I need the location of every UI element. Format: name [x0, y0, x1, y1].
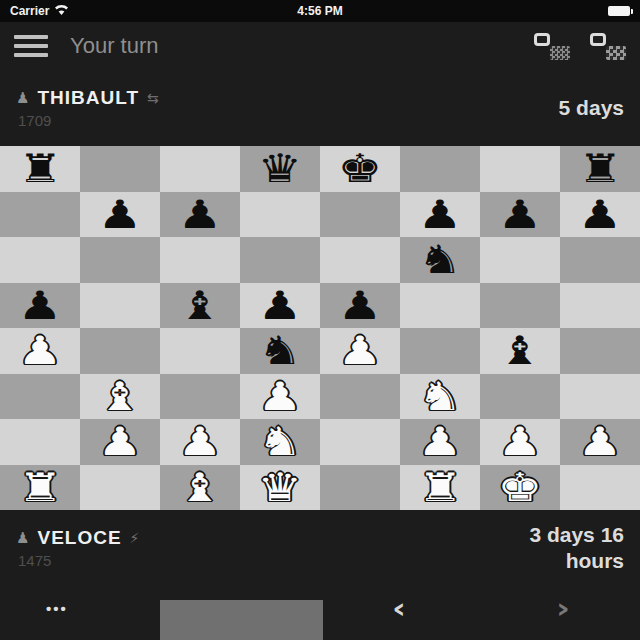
page-title: Your turn [70, 33, 532, 59]
bottom-player-clock: 3 days 16 hours [512, 522, 624, 575]
bottom-bar: ••• ‹ › [0, 586, 640, 640]
square-a8[interactable]: ♜ [0, 146, 80, 192]
square-d1[interactable]: ♛ [240, 465, 320, 511]
square-b1[interactable] [80, 465, 160, 511]
battery-icon [608, 6, 630, 16]
square-c8[interactable] [160, 146, 240, 192]
piece-white-pawn: ♟ [418, 420, 463, 464]
square-g8[interactable] [480, 146, 560, 192]
gray-panel-button[interactable] [160, 600, 323, 640]
square-f8[interactable] [400, 146, 480, 192]
piece-white-queen: ♛ [258, 465, 303, 509]
piece-black-pawn: ♟ [18, 283, 63, 327]
square-b2[interactable]: ♟ [80, 419, 160, 465]
clock-time: 4:56 PM [210, 4, 430, 18]
carrier-label: Carrier [10, 4, 49, 18]
square-a2[interactable] [0, 419, 80, 465]
square-e7[interactable] [320, 192, 400, 238]
square-b8[interactable] [80, 146, 160, 192]
pawn-silhouette-icon: ♟ [16, 529, 29, 547]
square-h7[interactable]: ♟ [560, 192, 640, 238]
square-f6[interactable]: ♞ [400, 237, 480, 283]
square-e3[interactable] [320, 374, 400, 420]
square-b4[interactable] [80, 328, 160, 374]
top-player-rating: 1709 [16, 112, 159, 129]
square-b3[interactable]: ♝ [80, 374, 160, 420]
square-f3[interactable]: ♞ [400, 374, 480, 420]
square-a6[interactable] [0, 237, 80, 283]
square-g2[interactable]: ♟ [480, 419, 560, 465]
square-g7[interactable]: ♟ [480, 192, 560, 238]
piece-black-pawn: ♟ [578, 192, 623, 236]
square-b6[interactable] [80, 237, 160, 283]
square-e6[interactable] [320, 237, 400, 283]
piece-black-king: ♚ [338, 147, 383, 191]
square-e2[interactable] [320, 419, 400, 465]
piece-black-pawn: ♟ [258, 283, 303, 327]
square-d6[interactable] [240, 237, 320, 283]
square-a5[interactable]: ♟ [0, 283, 80, 329]
square-a7[interactable] [0, 192, 80, 238]
bottom-player-name[interactable]: VELOCE [37, 527, 121, 549]
bottom-player-flair-icon: ⚡ [130, 530, 140, 546]
piece-white-king: ♚ [498, 465, 543, 509]
square-c1[interactable]: ♝ [160, 465, 240, 511]
piece-white-pawn: ♟ [578, 420, 623, 464]
piece-black-pawn: ♟ [178, 192, 223, 236]
board-badge-grid [606, 46, 626, 60]
piece-black-knight: ♞ [258, 329, 303, 373]
square-d5[interactable]: ♟ [240, 283, 320, 329]
square-h1[interactable] [560, 465, 640, 511]
piece-black-rook: ♜ [578, 147, 623, 191]
square-d2[interactable]: ♞ [240, 419, 320, 465]
square-g4[interactable]: ♝ [480, 328, 560, 374]
top-player-name[interactable]: THIBAULT [37, 87, 139, 109]
top-player-panel: ♟ THIBAULT ⇆ 1709 5 days [0, 70, 640, 146]
piece-white-rook: ♜ [18, 465, 63, 509]
square-c6[interactable] [160, 237, 240, 283]
top-player-flair-icon: ⇆ [147, 90, 159, 106]
piece-white-pawn: ♟ [18, 329, 63, 373]
piece-white-knight: ♞ [258, 420, 303, 464]
piece-black-pawn: ♟ [498, 192, 543, 236]
square-c3[interactable] [160, 374, 240, 420]
games-badge-head [534, 33, 550, 46]
square-h8[interactable]: ♜ [560, 146, 640, 192]
piece-black-pawn: ♟ [98, 192, 143, 236]
forward-chevron-icon[interactable]: › [556, 591, 570, 625]
square-a3[interactable] [0, 374, 80, 420]
square-h6[interactable] [560, 237, 640, 283]
square-h4[interactable] [560, 328, 640, 374]
more-button[interactable]: ••• [46, 600, 68, 617]
piece-black-bishop: ♝ [498, 329, 543, 373]
top-player-clock: 5 days [559, 95, 624, 121]
status-bar: Carrier 4:56 PM [0, 0, 640, 22]
piece-white-pawn: ♟ [338, 329, 383, 373]
piece-black-pawn: ♟ [338, 283, 383, 327]
square-c2[interactable]: ♟ [160, 419, 240, 465]
piece-white-pawn: ♟ [178, 420, 223, 464]
square-c7[interactable]: ♟ [160, 192, 240, 238]
back-chevron-icon[interactable]: ‹ [392, 591, 406, 625]
square-d4[interactable]: ♞ [240, 328, 320, 374]
square-c4[interactable] [160, 328, 240, 374]
board-badge-head [590, 33, 606, 46]
games-badge-icon[interactable] [532, 32, 570, 60]
piece-black-knight: ♞ [418, 238, 463, 282]
square-g1[interactable]: ♚ [480, 465, 560, 511]
square-f5[interactable] [400, 283, 480, 329]
piece-black-pawn: ♟ [418, 192, 463, 236]
square-h3[interactable] [560, 374, 640, 420]
square-c5[interactable]: ♝ [160, 283, 240, 329]
piece-white-rook: ♜ [418, 465, 463, 509]
square-g3[interactable] [480, 374, 560, 420]
square-a4[interactable]: ♟ [0, 328, 80, 374]
square-f7[interactable]: ♟ [400, 192, 480, 238]
piece-white-bishop: ♝ [98, 374, 143, 418]
square-h2[interactable]: ♟ [560, 419, 640, 465]
bottom-player-rating: 1475 [16, 552, 139, 569]
wifi-icon [54, 4, 69, 19]
chess-board: ♜♛♚♜♟♟♟♟♟♞♟♝♟♟♟♞♟♝♝♟♞♟♟♞♟♟♟♜♝♛♜♚ [0, 146, 640, 510]
square-g5[interactable] [480, 283, 560, 329]
board-badge-icon[interactable] [588, 32, 626, 60]
piece-black-rook: ♜ [18, 147, 63, 191]
square-g6[interactable] [480, 237, 560, 283]
bottom-player-panel: ♟ VELOCE ⚡ 1475 3 days 16 hours [0, 510, 640, 586]
square-d8[interactable]: ♛ [240, 146, 320, 192]
menu-icon[interactable] [14, 35, 48, 57]
piece-black-queen: ♛ [258, 147, 303, 191]
header: Your turn [0, 22, 640, 70]
square-b5[interactable] [80, 283, 160, 329]
piece-white-bishop: ♝ [178, 465, 223, 509]
square-b7[interactable]: ♟ [80, 192, 160, 238]
piece-white-pawn: ♟ [258, 374, 303, 418]
piece-black-bishop: ♝ [178, 283, 223, 327]
square-e1[interactable] [320, 465, 400, 511]
square-d3[interactable]: ♟ [240, 374, 320, 420]
piece-white-knight: ♞ [418, 374, 463, 418]
piece-white-pawn: ♟ [98, 420, 143, 464]
piece-white-pawn: ♟ [498, 420, 543, 464]
square-e8[interactable]: ♚ [320, 146, 400, 192]
square-a1[interactable]: ♜ [0, 465, 80, 511]
pawn-silhouette-icon: ♟ [16, 89, 29, 107]
square-f1[interactable]: ♜ [400, 465, 480, 511]
square-f2[interactable]: ♟ [400, 419, 480, 465]
square-h5[interactable] [560, 283, 640, 329]
square-e5[interactable]: ♟ [320, 283, 400, 329]
square-e4[interactable]: ♟ [320, 328, 400, 374]
games-badge-grid [550, 46, 570, 60]
square-f4[interactable] [400, 328, 480, 374]
square-d7[interactable] [240, 192, 320, 238]
app-screen: Carrier 4:56 PM Your turn ♟ [0, 0, 640, 640]
